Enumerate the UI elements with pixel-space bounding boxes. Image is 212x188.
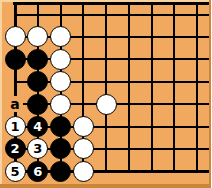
stone-white: [73, 138, 94, 159]
bevel-top: [0, 0, 211, 2]
stone-white-move-3: 3: [27, 138, 48, 159]
stone-white: [50, 49, 71, 70]
stone-black-move-4: 4: [27, 116, 48, 137]
grid-line-horizontal: [14, 14, 212, 16]
stone-black: [27, 71, 48, 92]
stone-black: [27, 94, 48, 115]
stone-white-move-1: 1: [5, 116, 26, 137]
point-label-a: a: [8, 96, 23, 112]
bevel-bottom: [0, 184, 211, 188]
stone-white: [50, 71, 71, 92]
bevel-right: [209, 0, 211, 188]
board-top-edge-line: [13, 2, 211, 5]
stone-white: [5, 26, 26, 47]
stone-white: [50, 26, 71, 47]
bevel-left: [0, 0, 2, 188]
stone-white-move-5: 5: [5, 161, 26, 182]
stone-black: [50, 138, 71, 159]
stone-black: [5, 49, 26, 70]
stone-white: [73, 161, 94, 182]
stone-black-move-6: 6: [27, 161, 48, 182]
stone-white: [50, 94, 71, 115]
stone-black: [50, 116, 71, 137]
stone-white: [27, 26, 48, 47]
stone-black: [27, 49, 48, 70]
stone-white: [96, 94, 117, 115]
stone-white: [73, 116, 94, 137]
go-board-diagram: a142356: [0, 0, 211, 188]
stone-black: [50, 161, 71, 182]
stone-black-move-2: 2: [5, 138, 26, 159]
